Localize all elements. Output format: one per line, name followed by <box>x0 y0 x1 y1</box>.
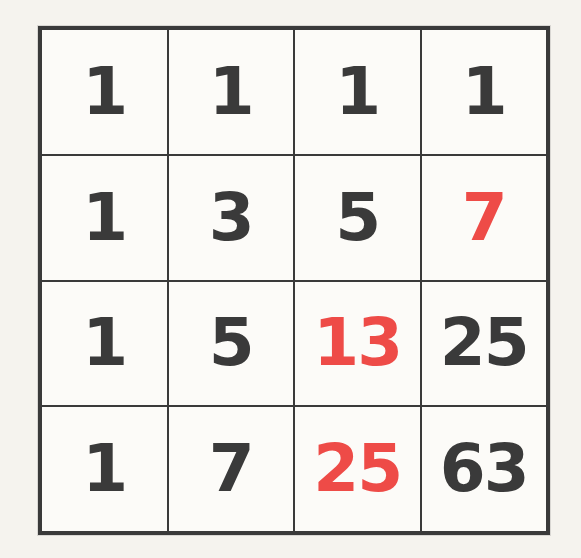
grid-cell: 1 <box>422 30 547 154</box>
grid-cell: 25 <box>295 407 420 531</box>
grid-cell: 1 <box>42 282 167 406</box>
grid-cell: 25 <box>422 282 547 406</box>
grid-cell: 1 <box>42 407 167 531</box>
grid-cell: 63 <box>422 407 547 531</box>
grid-cell: 5 <box>169 282 294 406</box>
grid-cell: 7 <box>169 407 294 531</box>
grid-cell: 7 <box>422 156 547 280</box>
grid-cell: 1 <box>295 30 420 154</box>
grid-cell: 1 <box>42 30 167 154</box>
grid-cell: 1 <box>169 30 294 154</box>
grid-cell: 3 <box>169 156 294 280</box>
grid-cell: 1 <box>42 156 167 280</box>
grid-cell: 13 <box>295 282 420 406</box>
puzzle-grid: 11111357151325172563 <box>38 26 550 535</box>
grid-cell: 5 <box>295 156 420 280</box>
